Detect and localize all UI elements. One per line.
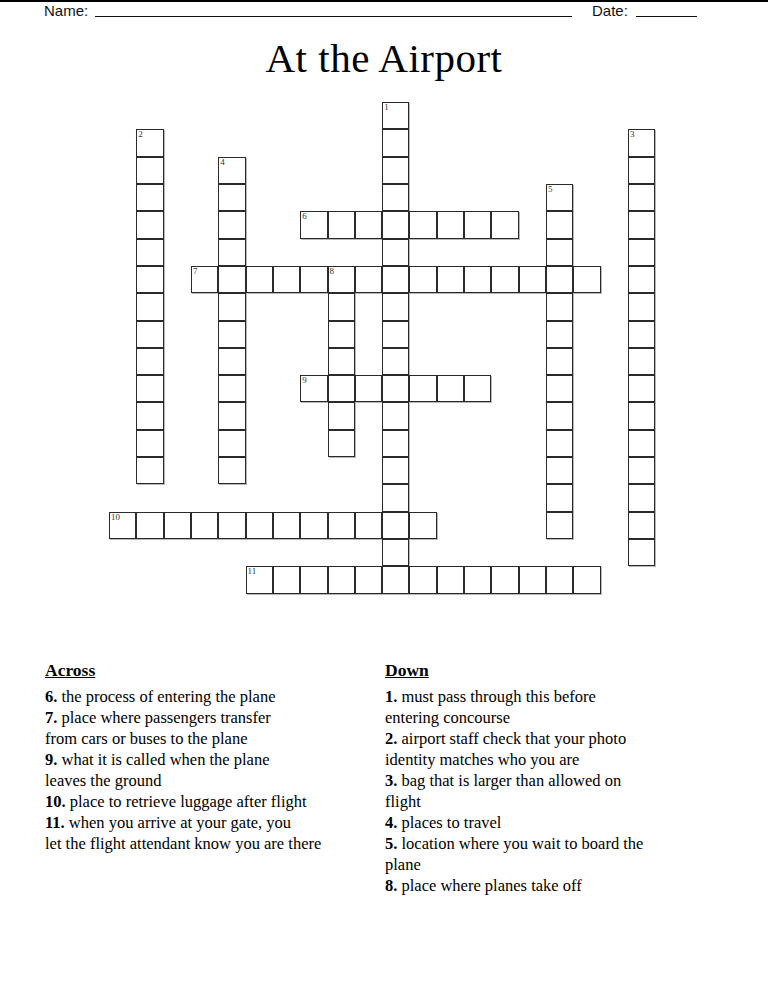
cell-r4-c9[interactable]	[355, 211, 382, 238]
cell-number: 10	[111, 513, 120, 522]
cell-r12-c16[interactable]	[546, 430, 573, 457]
cell-r15-c19[interactable]	[628, 512, 655, 539]
cell-r4-c11[interactable]	[409, 211, 436, 238]
cell-r9-c1[interactable]	[136, 348, 163, 375]
cell-r3-c19[interactable]	[628, 184, 655, 211]
cell-number: 8	[330, 267, 335, 276]
cell-r10-c10[interactable]	[382, 375, 409, 402]
across-clue-6: 6. the process of entering the plane	[45, 686, 387, 707]
down-clue-4: 4. places to travel	[385, 812, 757, 833]
cell-r10-c4[interactable]	[218, 375, 245, 402]
clue-text: airport staff check that your photo iden…	[385, 729, 626, 769]
cell-r6-c12[interactable]	[437, 266, 464, 293]
cell-r9-c19[interactable]	[628, 348, 655, 375]
cell-number: 11	[248, 567, 257, 576]
cell-r2-c4[interactable]: 4	[218, 157, 245, 184]
cell-r6-c13[interactable]	[464, 266, 491, 293]
cell-r6-c11[interactable]	[409, 266, 436, 293]
cell-r17-c5[interactable]: 11	[246, 566, 273, 593]
cell-r4-c7[interactable]: 6	[300, 211, 327, 238]
cell-r8-c10[interactable]	[382, 321, 409, 348]
down-clue-2: 2. airport staff check that your photo i…	[385, 728, 757, 770]
cell-r17-c13[interactable]	[464, 566, 491, 593]
clue-text: must pass through this before entering c…	[385, 687, 596, 727]
cell-r4-c12[interactable]	[437, 211, 464, 238]
cell-r11-c19[interactable]	[628, 402, 655, 429]
cell-r17-c6[interactable]	[273, 566, 300, 593]
cell-r11-c16[interactable]	[546, 402, 573, 429]
cell-r17-c16[interactable]	[546, 566, 573, 593]
cell-r9-c8[interactable]	[328, 348, 355, 375]
clue-number-label: 5.	[385, 834, 397, 853]
cell-r15-c4[interactable]	[218, 512, 245, 539]
cell-r6-c3[interactable]: 7	[191, 266, 218, 293]
cell-r1-c1[interactable]: 2	[136, 129, 163, 156]
clue-text: bag that is larger than allowed on fligh…	[385, 771, 621, 811]
clue-text: location where you wait to board the pla…	[385, 834, 643, 874]
cell-r5-c1[interactable]	[136, 239, 163, 266]
cell-r7-c1[interactable]	[136, 293, 163, 320]
puzzle-title: At the Airport	[0, 34, 768, 82]
cell-r7-c16[interactable]	[546, 293, 573, 320]
cell-r4-c14[interactable]	[491, 211, 518, 238]
cell-r12-c1[interactable]	[136, 430, 163, 457]
cell-r3-c4[interactable]	[218, 184, 245, 211]
date-blank-line[interactable]	[636, 1, 697, 17]
cell-r13-c19[interactable]	[628, 457, 655, 484]
clue-number-label: 4.	[385, 813, 397, 832]
cell-r17-c17[interactable]	[573, 566, 600, 593]
cell-r9-c4[interactable]	[218, 348, 245, 375]
cell-r10-c8[interactable]	[328, 375, 355, 402]
cell-r15-c16[interactable]	[546, 512, 573, 539]
cell-r8-c4[interactable]	[218, 321, 245, 348]
cell-number: 7	[193, 267, 198, 276]
across-clues-section: Across 6. the process of entering the pl…	[45, 660, 387, 854]
across-clue-9: 9. what it is called when the plane leav…	[45, 749, 387, 791]
cell-r10-c19[interactable]	[628, 375, 655, 402]
cell-r11-c1[interactable]	[136, 402, 163, 429]
cell-number: 5	[548, 185, 553, 194]
clue-number-label: 6.	[45, 687, 57, 706]
cell-r7-c10[interactable]	[382, 293, 409, 320]
cell-r2-c19[interactable]	[628, 157, 655, 184]
cell-number: 3	[630, 130, 635, 139]
cell-r15-c2[interactable]	[164, 512, 191, 539]
cell-r15-c3[interactable]	[191, 512, 218, 539]
across-clue-10: 10. place to retrieve luggage after flig…	[45, 791, 387, 812]
cell-number: 6	[302, 212, 307, 221]
clue-number-label: 11.	[45, 813, 65, 832]
cell-r12-c19[interactable]	[628, 430, 655, 457]
cell-r6-c17[interactable]	[573, 266, 600, 293]
cell-r10-c13[interactable]	[464, 375, 491, 402]
cell-r10-c16[interactable]	[546, 375, 573, 402]
cell-r4-c1[interactable]	[136, 211, 163, 238]
cell-r15-c11[interactable]	[409, 512, 436, 539]
cell-r11-c4[interactable]	[218, 402, 245, 429]
cell-r11-c10[interactable]	[382, 402, 409, 429]
cell-r10-c11[interactable]	[409, 375, 436, 402]
cell-r7-c19[interactable]	[628, 293, 655, 320]
cell-r9-c10[interactable]	[382, 348, 409, 375]
name-label: Name:	[44, 2, 88, 19]
cell-r7-c8[interactable]	[328, 293, 355, 320]
cell-r9-c16[interactable]	[546, 348, 573, 375]
cell-r13-c4[interactable]	[218, 457, 245, 484]
cell-r5-c16[interactable]	[546, 239, 573, 266]
cell-r7-c4[interactable]	[218, 293, 245, 320]
down-clue-list: 1. must pass through this before enterin…	[385, 686, 757, 896]
cell-r17-c8[interactable]	[328, 566, 355, 593]
clue-number-label: 1.	[385, 687, 397, 706]
cell-r16-c19[interactable]	[628, 539, 655, 566]
worksheet-page: Name: Date: At the Airport 1234567891011…	[0, 0, 768, 994]
cell-r5-c19[interactable]	[628, 239, 655, 266]
across-clue-11: 11. when you arrive at your gate, you le…	[45, 812, 387, 854]
cell-r4-c16[interactable]	[546, 211, 573, 238]
cell-r17-c9[interactable]	[355, 566, 382, 593]
clue-text: the process of entering the plane	[57, 687, 275, 706]
cell-number: 1	[384, 103, 389, 112]
cell-r6-c19[interactable]	[628, 266, 655, 293]
cell-r5-c4[interactable]	[218, 239, 245, 266]
cell-r6-c15[interactable]	[519, 266, 546, 293]
cell-r1-c19[interactable]: 3	[628, 129, 655, 156]
cell-r14-c10[interactable]	[382, 484, 409, 511]
cell-r12-c8[interactable]	[328, 430, 355, 457]
clue-number-label: 9.	[45, 750, 57, 769]
down-clue-1: 1. must pass through this before enterin…	[385, 686, 757, 728]
cell-r4-c4[interactable]	[218, 211, 245, 238]
cell-r12-c10[interactable]	[382, 430, 409, 457]
cell-r15-c6[interactable]	[273, 512, 300, 539]
cell-r17-c10[interactable]	[382, 566, 409, 593]
cell-r6-c5[interactable]	[246, 266, 273, 293]
down-heading: Down	[385, 660, 757, 681]
clue-text: when you arrive at your gate, you let th…	[45, 813, 321, 853]
cell-r4-c10[interactable]	[382, 211, 409, 238]
cell-r2-c1[interactable]	[136, 157, 163, 184]
cell-r6-c6[interactable]	[273, 266, 300, 293]
cell-r6-c4[interactable]	[218, 266, 245, 293]
clue-text: what it is called when the plane leaves …	[45, 750, 270, 790]
clue-text: places to travel	[397, 813, 501, 832]
cell-r13-c16[interactable]	[546, 457, 573, 484]
clue-number-label: 7.	[45, 708, 57, 727]
cell-r17-c14[interactable]	[491, 566, 518, 593]
cell-r15-c1[interactable]	[136, 512, 163, 539]
cell-r6-c7[interactable]	[300, 266, 327, 293]
date-label: Date:	[592, 2, 628, 19]
cell-r13-c10[interactable]	[382, 457, 409, 484]
cell-r8-c19[interactable]	[628, 321, 655, 348]
cell-r8-c16[interactable]	[546, 321, 573, 348]
cell-r17-c12[interactable]	[437, 566, 464, 593]
cell-r6-c10[interactable]	[382, 266, 409, 293]
clue-number-label: 8.	[385, 876, 397, 895]
cell-r15-c10[interactable]	[382, 512, 409, 539]
cell-r6-c9[interactable]	[355, 266, 382, 293]
cell-r3-c10[interactable]	[382, 184, 409, 211]
crossword-grid: 1234567891011	[109, 102, 655, 594]
cell-r4-c13[interactable]	[464, 211, 491, 238]
down-clue-8: 8. place where planes take off	[385, 875, 757, 896]
cell-r15-c5[interactable]	[246, 512, 273, 539]
cell-number: 4	[220, 158, 225, 167]
cell-r6-c14[interactable]	[491, 266, 518, 293]
cell-r2-c10[interactable]	[382, 157, 409, 184]
cell-r1-c10[interactable]	[382, 129, 409, 156]
cell-r6-c8[interactable]: 8	[328, 266, 355, 293]
cell-r3-c1[interactable]	[136, 184, 163, 211]
cell-r12-c4[interactable]	[218, 430, 245, 457]
cell-r16-c10[interactable]	[382, 539, 409, 566]
cell-r0-c10[interactable]: 1	[382, 102, 409, 129]
cell-r8-c8[interactable]	[328, 321, 355, 348]
clue-text: place to retrieve luggage after flight	[66, 792, 307, 811]
down-clue-3: 3. bag that is larger than allowed on fl…	[385, 770, 757, 812]
cell-r10-c12[interactable]	[437, 375, 464, 402]
cell-r15-c0[interactable]: 10	[109, 512, 136, 539]
cell-r14-c16[interactable]	[546, 484, 573, 511]
clue-number-label: 2.	[385, 729, 397, 748]
down-clues-section: Down 1. must pass through this before en…	[385, 660, 757, 896]
cell-r13-c1[interactable]	[136, 457, 163, 484]
cell-r3-c16[interactable]: 5	[546, 184, 573, 211]
cell-r6-c16[interactable]	[546, 266, 573, 293]
cell-r10-c7[interactable]: 9	[300, 375, 327, 402]
clue-number-label: 10.	[45, 792, 66, 811]
clue-text: place where planes take off	[397, 876, 581, 895]
down-clue-5: 5. location where you wait to board the …	[385, 833, 757, 875]
cell-r5-c10[interactable]	[382, 239, 409, 266]
cell-r8-c1[interactable]	[136, 321, 163, 348]
name-blank-line[interactable]	[95, 1, 572, 17]
cell-r17-c11[interactable]	[409, 566, 436, 593]
across-clue-list: 6. the process of entering the plane7. p…	[45, 686, 387, 854]
cell-r15-c8[interactable]	[328, 512, 355, 539]
cell-r4-c8[interactable]	[328, 211, 355, 238]
cell-r15-c9[interactable]	[355, 512, 382, 539]
cell-number: 2	[138, 130, 143, 139]
across-clue-7: 7. place where passengers transfer from …	[45, 707, 387, 749]
cell-r10-c9[interactable]	[355, 375, 382, 402]
cell-r15-c7[interactable]	[300, 512, 327, 539]
cell-r6-c1[interactable]	[136, 266, 163, 293]
cell-r11-c8[interactable]	[328, 402, 355, 429]
cell-r10-c1[interactable]	[136, 375, 163, 402]
cell-r4-c19[interactable]	[628, 211, 655, 238]
clue-text: place where passengers transfer from car…	[45, 708, 271, 748]
cell-r17-c15[interactable]	[519, 566, 546, 593]
cell-r14-c19[interactable]	[628, 484, 655, 511]
cell-r17-c7[interactable]	[300, 566, 327, 593]
clue-number-label: 3.	[385, 771, 397, 790]
across-heading: Across	[45, 660, 387, 681]
cell-number: 9	[302, 376, 307, 385]
